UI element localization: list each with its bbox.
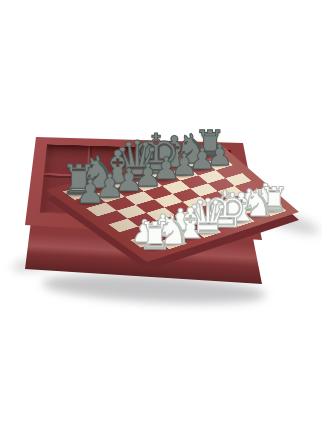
chess-piece-white-rook: ♜ bbox=[138, 218, 172, 256]
chess-set-photo: ♜♞♝♛♚♝♞♜♟♟♟♟♟♟♟♟♟♟♟♟♟♟♟♟♜♞♝♛♚♝♞♜ bbox=[0, 0, 322, 430]
chess-piece-gray-pawn: ♟ bbox=[75, 175, 105, 208]
pieces-layer: ♜♞♝♛♚♝♞♜♟♟♟♟♟♟♟♟♟♟♟♟♟♟♟♟♜♞♝♛♚♝♞♜ bbox=[0, 0, 322, 430]
